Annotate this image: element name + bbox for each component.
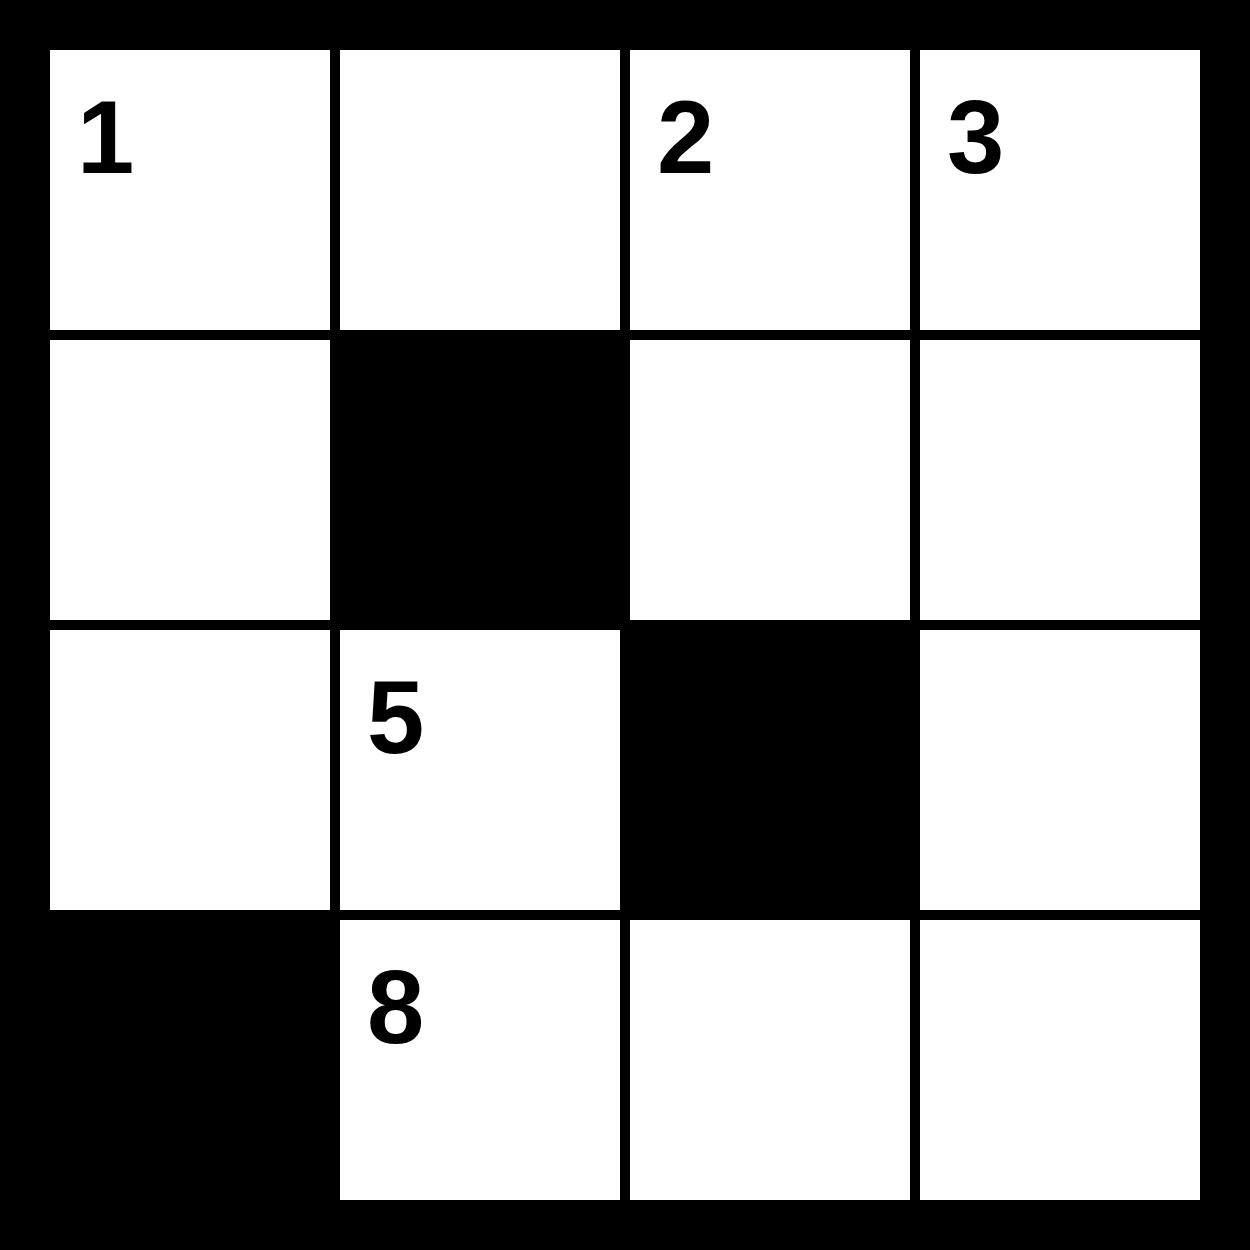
crossword-board: 1 2 3 5 8 xyxy=(50,50,1200,1200)
clue-number-8: 8 xyxy=(367,956,424,1059)
cell-r3c4[interactable] xyxy=(920,630,1200,910)
cell-r2c3[interactable] xyxy=(630,340,910,620)
cell-r3c2[interactable]: 5 xyxy=(340,630,620,910)
cell-r4c3[interactable] xyxy=(630,920,910,1200)
cell-r2c1[interactable] xyxy=(50,340,330,620)
cell-r2c2-block xyxy=(340,340,620,620)
cell-r4c1-block xyxy=(50,920,330,1200)
cell-r4c2[interactable]: 8 xyxy=(340,920,620,1200)
cell-r1c1[interactable]: 1 xyxy=(50,50,330,330)
clue-number-2: 2 xyxy=(657,86,714,189)
cell-r1c4[interactable]: 3 xyxy=(920,50,1200,330)
cell-r4c4[interactable] xyxy=(920,920,1200,1200)
clue-number-5: 5 xyxy=(367,666,424,769)
clue-number-3: 3 xyxy=(947,86,1004,189)
cell-r3c3-block xyxy=(630,630,910,910)
clue-number-1: 1 xyxy=(77,86,134,189)
cell-r2c4[interactable] xyxy=(920,340,1200,620)
cell-r1c3[interactable]: 2 xyxy=(630,50,910,330)
cell-r1c2[interactable] xyxy=(340,50,620,330)
cell-r3c1[interactable] xyxy=(50,630,330,910)
